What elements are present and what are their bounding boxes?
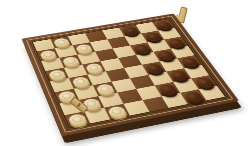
checkers-product-photo	[0, 0, 250, 146]
checkers-board	[21, 14, 238, 137]
light-checker-piece[interactable]	[67, 113, 87, 126]
light-checker-piece[interactable]	[107, 105, 127, 117]
